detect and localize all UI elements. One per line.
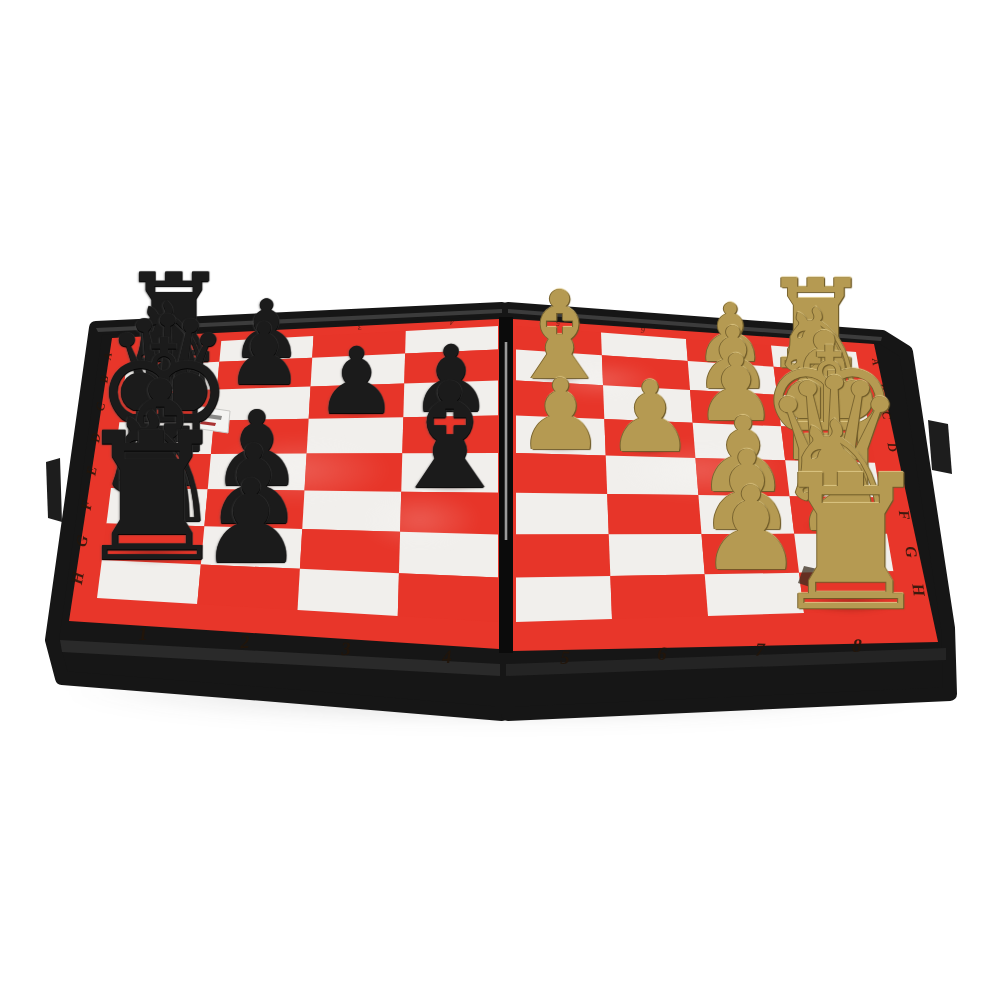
square-g8 [794,534,893,573]
piece-shadow [229,514,280,526]
square-h4 [398,573,498,622]
square-e5 [516,453,607,494]
piece-shadow [797,481,871,499]
square-h6 [610,574,708,619]
piece-shadow [793,446,865,463]
square-b6 [602,355,690,390]
case-clasp-left [46,458,62,522]
piece-shadow [128,439,200,456]
square-f5 [516,493,609,535]
square-d4 [402,415,498,453]
square-b4 [404,349,498,383]
piece-shadow [722,520,773,532]
square-e6 [606,455,699,495]
square-d7 [693,423,786,461]
square-f6 [607,494,701,534]
square-f3 [302,490,401,531]
square-f4 [400,492,498,535]
square-h1 [97,560,201,604]
piece-shadow [628,444,673,455]
board-graphic [0,0,1000,1000]
case-clasp-right [928,420,952,474]
square-g4 [399,532,498,578]
piece-shadow [145,352,201,366]
square-c5 [516,381,604,420]
piece-shadow [804,518,874,535]
product-photo-scene: 12345678AABBCCDDEEFFGGHH12345678♟♟♜♜♝♟♞♟… [0,0,1000,1000]
square-h7 [705,573,804,616]
square-e3 [304,453,402,491]
square-g3 [300,529,400,573]
piece-shadow [788,358,844,372]
square-h2 [197,564,300,610]
piece-shadow [224,552,277,565]
logo-sticker [194,406,230,433]
square-d3 [307,417,404,453]
square-b3 [311,354,406,387]
piece-shadow [134,407,200,423]
square-h5 [516,576,612,622]
piece-shadow [121,509,191,526]
square-g5 [516,534,610,577]
square-c6 [603,385,693,422]
piece-shadow [712,354,749,363]
square-g6 [609,534,705,576]
piece-shadow [538,441,583,452]
square-h3 [298,569,399,616]
piece-shadow [248,350,285,359]
piece-shadow [724,559,777,572]
